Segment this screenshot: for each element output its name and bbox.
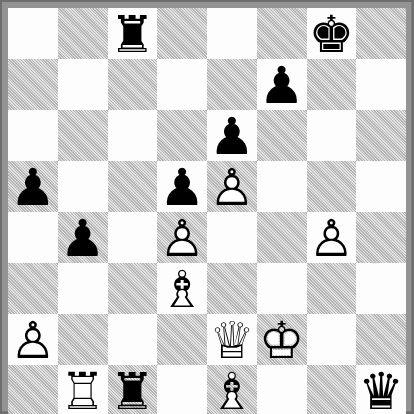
square-h1[interactable]: ♛ — [356, 365, 406, 414]
square-e5[interactable]: ♟♙ — [207, 161, 257, 212]
square-h3[interactable] — [356, 263, 406, 314]
square-a4[interactable] — [8, 212, 58, 263]
square-a6[interactable] — [8, 110, 58, 161]
square-e1[interactable]: ♝♗ — [207, 365, 257, 414]
square-c8[interactable]: ♜ — [108, 8, 158, 59]
square-e2[interactable]: ♛♕ — [207, 314, 257, 365]
piece-white-queen[interactable]: ♛♕ — [209, 315, 255, 366]
piece-glyph: ♗ — [159, 264, 205, 315]
square-a2[interactable]: ♟♙ — [8, 314, 58, 365]
square-f7[interactable]: ♟ — [257, 59, 307, 110]
square-g8[interactable]: ♚ — [307, 8, 357, 59]
square-a7[interactable] — [8, 59, 58, 110]
piece-glyph: ♙ — [309, 213, 355, 264]
square-b1[interactable]: ♜♖ — [58, 365, 108, 414]
piece-white-pawn[interactable]: ♟♙ — [309, 213, 355, 264]
square-d6[interactable] — [157, 110, 207, 161]
square-e4[interactable] — [207, 212, 257, 263]
square-b2[interactable] — [58, 314, 108, 365]
square-e7[interactable] — [207, 59, 257, 110]
square-e3[interactable] — [207, 263, 257, 314]
square-c6[interactable] — [108, 110, 158, 161]
square-d4[interactable]: ♟♙ — [157, 212, 207, 263]
square-b4[interactable]: ♟ — [58, 212, 108, 263]
square-b8[interactable] — [58, 8, 108, 59]
piece-white-pawn[interactable]: ♟♙ — [159, 213, 205, 264]
piece-glyph: ♛ — [358, 366, 404, 414]
piece-black-king[interactable]: ♚ — [309, 9, 355, 60]
piece-glyph: ♖ — [60, 366, 106, 414]
square-d3[interactable]: ♝♗ — [157, 263, 207, 314]
piece-glyph: ♟ — [259, 60, 305, 111]
piece-glyph: ♙ — [209, 162, 255, 213]
square-b3[interactable] — [58, 263, 108, 314]
chess-board-frame: ♜♚♟♟♟♟♟♙♟♟♙♟♙♝♗♟♙♛♕♚♔♜♖♜♝♗♛ — [0, 0, 414, 414]
square-e8[interactable] — [207, 8, 257, 59]
square-c4[interactable] — [108, 212, 158, 263]
square-c3[interactable] — [108, 263, 158, 314]
chess-board: ♜♚♟♟♟♟♟♙♟♟♙♟♙♝♗♟♙♛♕♚♔♜♖♜♝♗♛ — [8, 8, 406, 406]
square-b6[interactable] — [58, 110, 108, 161]
square-f1[interactable] — [257, 365, 307, 414]
square-g7[interactable] — [307, 59, 357, 110]
square-f8[interactable] — [257, 8, 307, 59]
square-a5[interactable]: ♟ — [8, 161, 58, 212]
square-f4[interactable] — [257, 212, 307, 263]
square-f3[interactable] — [257, 263, 307, 314]
piece-glyph: ♟ — [10, 162, 56, 213]
piece-white-pawn[interactable]: ♟♙ — [10, 315, 56, 366]
square-a1[interactable] — [8, 365, 58, 414]
piece-glyph: ♕ — [209, 315, 255, 366]
square-h6[interactable] — [356, 110, 406, 161]
square-g4[interactable]: ♟♙ — [307, 212, 357, 263]
piece-white-king[interactable]: ♚♔ — [259, 315, 305, 366]
piece-white-bishop[interactable]: ♝♗ — [209, 366, 255, 414]
square-d1[interactable] — [157, 365, 207, 414]
square-c1[interactable]: ♜ — [108, 365, 158, 414]
square-e6[interactable]: ♟ — [207, 110, 257, 161]
piece-black-queen[interactable]: ♛ — [358, 366, 404, 414]
piece-black-rook[interactable]: ♜ — [110, 9, 156, 60]
piece-glyph: ♜ — [110, 366, 156, 414]
piece-black-pawn[interactable]: ♟ — [209, 111, 255, 162]
square-h4[interactable] — [356, 212, 406, 263]
square-g6[interactable] — [307, 110, 357, 161]
piece-black-pawn[interactable]: ♟ — [259, 60, 305, 111]
piece-glyph: ♔ — [259, 315, 305, 366]
square-a3[interactable] — [8, 263, 58, 314]
piece-black-pawn[interactable]: ♟ — [159, 162, 205, 213]
piece-white-bishop[interactable]: ♝♗ — [159, 264, 205, 315]
square-f6[interactable] — [257, 110, 307, 161]
piece-glyph: ♟ — [209, 111, 255, 162]
piece-black-pawn[interactable]: ♟ — [60, 213, 106, 264]
square-g1[interactable] — [307, 365, 357, 414]
piece-glyph: ♟ — [159, 162, 205, 213]
square-b7[interactable] — [58, 59, 108, 110]
piece-black-pawn[interactable]: ♟ — [10, 162, 56, 213]
square-h7[interactable] — [356, 59, 406, 110]
square-c2[interactable] — [108, 314, 158, 365]
square-a8[interactable] — [8, 8, 58, 59]
piece-white-pawn[interactable]: ♟♙ — [209, 162, 255, 213]
square-f5[interactable] — [257, 161, 307, 212]
piece-glyph: ♙ — [159, 213, 205, 264]
square-f2[interactable]: ♚♔ — [257, 314, 307, 365]
square-c5[interactable] — [108, 161, 158, 212]
square-d7[interactable] — [157, 59, 207, 110]
square-c7[interactable] — [108, 59, 158, 110]
square-h8[interactable] — [356, 8, 406, 59]
piece-white-rook[interactable]: ♜♖ — [60, 366, 106, 414]
piece-glyph: ♟ — [60, 213, 106, 264]
square-d8[interactable] — [157, 8, 207, 59]
piece-glyph: ♜ — [110, 9, 156, 60]
square-h2[interactable] — [356, 314, 406, 365]
piece-black-rook[interactable]: ♜ — [110, 366, 156, 414]
square-g2[interactable] — [307, 314, 357, 365]
square-g5[interactable] — [307, 161, 357, 212]
square-d5[interactable]: ♟ — [157, 161, 207, 212]
piece-glyph: ♗ — [209, 366, 255, 414]
square-g3[interactable] — [307, 263, 357, 314]
square-b5[interactable] — [58, 161, 108, 212]
piece-glyph: ♙ — [10, 315, 56, 366]
piece-glyph: ♚ — [309, 9, 355, 60]
square-h5[interactable] — [356, 161, 406, 212]
square-d2[interactable] — [157, 314, 207, 365]
